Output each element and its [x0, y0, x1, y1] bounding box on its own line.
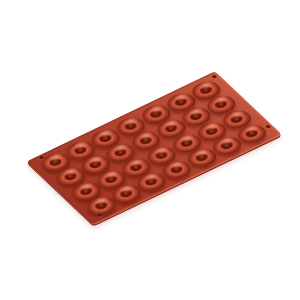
cavity-grid — [36, 77, 273, 219]
product-photo — [0, 0, 300, 300]
corner-hole — [265, 124, 272, 128]
baking-mold — [26, 71, 282, 225]
